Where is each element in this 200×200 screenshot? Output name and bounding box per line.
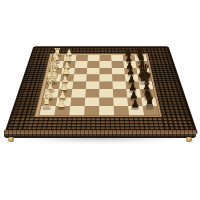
pieces-layer: ♜♟♟♜♞♟♟♞♝♟♟♝♛♟♟♛♚♟♟♚♝♟♟♝♞♟♟♞♜♟♟♜ [0,0,200,200]
chess-set-photo: ♜♟♟♜♞♟♟♞♝♟♟♝♛♟♟♛♚♟♟♚♝♟♟♝♞♟♟♞♜♟♟♜ [0,0,200,200]
piece-black-rook-h8[interactable]: ♜ [142,97,158,109]
piece-white-pawn-h2[interactable]: ♟ [55,99,68,109]
piece-white-rook-h1[interactable]: ♜ [39,97,55,109]
piece-black-pawn-h7[interactable]: ♟ [128,99,141,109]
